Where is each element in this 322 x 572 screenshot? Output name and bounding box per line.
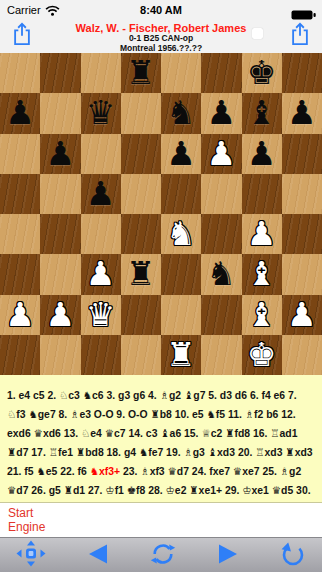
white-pawn: ♟ xyxy=(207,134,237,174)
square-d5[interactable] xyxy=(121,174,161,214)
forward-icon xyxy=(217,543,239,568)
black-rook: ♜ xyxy=(126,53,156,93)
square-g2[interactable]: ♝ xyxy=(242,295,282,335)
black-pawn: ♟ xyxy=(86,174,116,214)
black-pawn: ♟ xyxy=(207,93,237,133)
app-window: Carrier 8:40 AM xyxy=(0,0,322,572)
square-b4[interactable] xyxy=(40,214,80,254)
square-c3[interactable]: ♟ xyxy=(81,254,121,294)
square-b5[interactable] xyxy=(40,174,80,214)
move-list[interactable]: 1. e4 c5 2. ♘c3 ♞c6 3. g3 g6 4. ♗g2 ♝g7 … xyxy=(0,375,322,503)
square-h4[interactable] xyxy=(282,214,322,254)
status-bar: Carrier 8:40 AM xyxy=(0,0,322,20)
square-g1[interactable]: ♚ xyxy=(242,335,282,375)
square-d3[interactable]: ♜ xyxy=(121,254,161,294)
black-pawn: ♟ xyxy=(5,93,35,133)
square-f6[interactable]: ♟ xyxy=(201,134,241,174)
share-button-left[interactable] xyxy=(10,21,34,49)
square-e6[interactable]: ♟ xyxy=(161,134,201,174)
square-g5[interactable] xyxy=(242,174,282,214)
share-button-right[interactable] xyxy=(288,21,312,49)
current-move[interactable]: ♞xf3+ xyxy=(90,466,120,477)
square-a5[interactable] xyxy=(0,174,40,214)
square-c2[interactable]: ♛ xyxy=(81,295,121,335)
start-engine-button[interactable]: Start Engine xyxy=(8,506,60,534)
chess-board: ♜♚♟♛♞♟♝♟♟♟♟♟♟♞♟♟♜♞♝♟♟♛♝♟♜♚ xyxy=(0,53,322,375)
square-h1[interactable] xyxy=(282,335,322,375)
black-pawn: ♟ xyxy=(287,93,317,133)
square-d8[interactable]: ♜ xyxy=(121,53,161,93)
square-a3[interactable] xyxy=(0,254,40,294)
black-king: ♚ xyxy=(247,53,277,93)
white-pawn: ♟ xyxy=(287,295,317,335)
square-b2[interactable]: ♟ xyxy=(40,295,80,335)
square-a6[interactable] xyxy=(0,134,40,174)
square-e5[interactable] xyxy=(161,174,201,214)
square-h8[interactable] xyxy=(282,53,322,93)
square-b8[interactable] xyxy=(40,53,80,93)
refresh-button[interactable] xyxy=(150,541,176,569)
forward-button[interactable] xyxy=(217,541,239,569)
square-f2[interactable] xyxy=(201,295,241,335)
square-f1[interactable] xyxy=(201,335,241,375)
square-a8[interactable] xyxy=(0,53,40,93)
white-pawn: ♟ xyxy=(46,295,76,335)
white-rook: ♜ xyxy=(166,335,196,375)
rotate-icon xyxy=(280,541,306,570)
square-h5[interactable] xyxy=(282,174,322,214)
square-h6[interactable] xyxy=(282,134,322,174)
square-f7[interactable]: ♟ xyxy=(201,93,241,133)
white-knight: ♞ xyxy=(166,214,196,254)
white-king: ♚ xyxy=(247,335,277,375)
white-pawn: ♟ xyxy=(86,254,116,294)
move-mode-button[interactable] xyxy=(16,541,46,569)
white-pawn: ♟ xyxy=(247,214,277,254)
black-bishop: ♝ xyxy=(247,93,277,133)
square-h7[interactable]: ♟ xyxy=(282,93,322,133)
square-c4[interactable] xyxy=(81,214,121,254)
square-e7[interactable]: ♞ xyxy=(161,93,201,133)
rotate-button[interactable] xyxy=(280,541,306,569)
square-c1[interactable] xyxy=(81,335,121,375)
square-g7[interactable]: ♝ xyxy=(242,93,282,133)
move-icon xyxy=(16,540,46,570)
moves-before: 1. e4 c5 2. ♘c3 ♞c6 3. g3 g6 4. ♗g2 ♝g7 … xyxy=(7,390,313,477)
square-f3[interactable]: ♞ xyxy=(201,254,241,294)
square-c8[interactable] xyxy=(81,53,121,93)
square-g6[interactable]: ♟ xyxy=(242,134,282,174)
square-c7[interactable]: ♛ xyxy=(81,93,121,133)
square-d2[interactable] xyxy=(121,295,161,335)
clock: 8:40 AM xyxy=(0,4,322,16)
square-e2[interactable] xyxy=(161,295,201,335)
back-button[interactable] xyxy=(87,541,109,569)
black-knight: ♞ xyxy=(207,254,237,294)
square-b3[interactable] xyxy=(40,254,80,294)
square-c5[interactable]: ♟ xyxy=(81,174,121,214)
square-e3[interactable] xyxy=(161,254,201,294)
black-rook: ♜ xyxy=(126,254,156,294)
white-bishop: ♝ xyxy=(247,254,277,294)
square-d7[interactable] xyxy=(121,93,161,133)
square-g4[interactable]: ♟ xyxy=(242,214,282,254)
white-bishop: ♝ xyxy=(247,295,277,335)
square-h3[interactable] xyxy=(282,254,322,294)
white-queen: ♛ xyxy=(86,295,116,335)
nav-bar: Walz, W. - Fischer, Robert James 0-1 B25… xyxy=(0,20,322,53)
square-g8[interactable]: ♚ xyxy=(242,53,282,93)
engine-strip: Start Engine xyxy=(0,503,322,537)
square-c6[interactable] xyxy=(81,134,121,174)
black-pawn: ♟ xyxy=(46,134,76,174)
square-f8[interactable] xyxy=(201,53,241,93)
black-knight: ♞ xyxy=(166,93,196,133)
top-chrome: Carrier 8:40 AM xyxy=(0,0,322,53)
square-d1[interactable] xyxy=(121,335,161,375)
black-queen: ♛ xyxy=(86,93,116,133)
side-to-move-indicator xyxy=(252,28,263,39)
square-a4[interactable] xyxy=(0,214,40,254)
square-a1[interactable] xyxy=(0,335,40,375)
square-b6[interactable]: ♟ xyxy=(40,134,80,174)
bottom-toolbar xyxy=(0,537,322,572)
square-e1[interactable]: ♜ xyxy=(161,335,201,375)
game-header: Walz, W. - Fischer, Robert James 0-1 B25… xyxy=(40,22,282,53)
black-pawn: ♟ xyxy=(166,134,196,174)
square-a2[interactable]: ♟ xyxy=(0,295,40,335)
square-e4[interactable]: ♞ xyxy=(161,214,201,254)
square-f4[interactable] xyxy=(201,214,241,254)
white-pawn: ♟ xyxy=(5,295,35,335)
square-g3[interactable]: ♝ xyxy=(242,254,282,294)
square-e8[interactable] xyxy=(161,53,201,93)
square-d4[interactable] xyxy=(121,214,161,254)
square-b1[interactable] xyxy=(40,335,80,375)
refresh-icon xyxy=(150,541,176,570)
back-icon xyxy=(87,543,109,568)
square-a7[interactable]: ♟ xyxy=(0,93,40,133)
square-d6[interactable] xyxy=(121,134,161,174)
square-h2[interactable]: ♟ xyxy=(282,295,322,335)
game-event-line: Montreal 1956.??.?? xyxy=(40,44,282,54)
square-f5[interactable] xyxy=(201,174,241,214)
black-pawn: ♟ xyxy=(247,134,277,174)
square-b7[interactable] xyxy=(40,93,80,133)
